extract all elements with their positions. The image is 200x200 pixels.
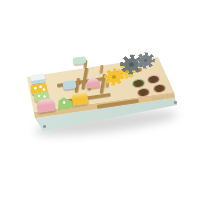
product-photo: Bigjigs Toys <box>0 0 200 200</box>
slider-pink-gumdrop <box>36 98 56 113</box>
screw-icon <box>174 101 177 104</box>
screw-icon <box>43 125 46 128</box>
slider-yellow-block <box>71 92 89 106</box>
